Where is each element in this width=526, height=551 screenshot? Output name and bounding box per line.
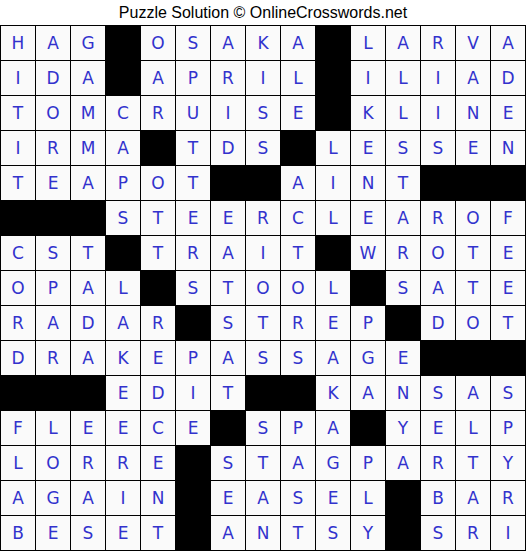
letter-cell-r15c10: S [316,516,350,550]
letter-cell-r8c14: T [456,271,490,305]
block-cell-r1c4 [106,26,140,60]
letter-cell-r8c12: S [386,271,420,305]
letter-cell-r15c4: E [106,516,140,550]
block-cell-r2c10 [316,61,350,95]
block-cell-r6c1 [1,201,35,235]
letter-cell-r7c15: E [491,236,525,270]
letter-cell-r6c8: R [246,201,280,235]
letter-cell-r12c5: C [141,411,175,445]
letter-cell-r12c9: P [281,411,315,445]
block-cell-r6c3 [71,201,105,235]
letter-cell-r9c8: T [246,306,280,340]
letter-cell-r14c8: A [246,481,280,515]
letter-cell-r8c1: O [1,271,35,305]
letter-cell-r1c7: A [211,26,245,60]
letter-cell-r13c13: R [421,446,455,480]
letter-cell-r10c3: A [71,341,105,375]
letter-cell-r3c1: T [1,96,35,130]
letter-cell-r6c12: A [386,201,420,235]
letter-cell-r14c13: B [421,481,455,515]
letter-cell-r3c7: I [211,96,245,130]
letter-cell-r14c4: I [106,481,140,515]
letter-cell-r1c8: K [246,26,280,60]
letter-cell-r13c3: R [71,446,105,480]
block-cell-r12c7 [211,411,245,445]
letter-cell-r11c12: N [386,376,420,410]
letter-cell-r12c8: S [246,411,280,445]
letter-cell-r7c2: S [36,236,70,270]
letter-cell-r14c1: A [1,481,35,515]
letter-cell-r4c11: E [351,131,385,165]
letter-cell-r7c13: O [421,236,455,270]
letter-cell-r9c3: D [71,306,105,340]
letter-cell-r11c15: S [491,376,525,410]
letter-cell-r10c2: R [36,341,70,375]
letter-cell-r14c15: R [491,481,525,515]
letter-cell-r10c5: E [141,341,175,375]
letter-cell-r3c13: I [421,96,455,130]
letter-cell-r15c15: I [491,516,525,550]
letter-cell-r11c13: S [421,376,455,410]
block-cell-r10c15 [491,341,525,375]
block-cell-r11c1 [1,376,35,410]
letter-cell-r4c10: L [316,131,350,165]
block-cell-r3c10 [316,96,350,130]
letter-cell-r8c2: P [36,271,70,305]
letter-cell-r10c8: S [246,341,280,375]
block-cell-r14c6 [176,481,210,515]
letter-cell-r13c4: R [106,446,140,480]
letter-cell-r9c2: A [36,306,70,340]
letter-cell-r12c2: L [36,411,70,445]
letter-cell-r15c2: E [36,516,70,550]
letter-cell-r4c4: A [106,131,140,165]
letter-cell-r12c12: Y [386,411,420,445]
block-cell-r4c5 [141,131,175,165]
letter-cell-r2c13: I [421,61,455,95]
block-cell-r4c9 [281,131,315,165]
block-cell-r5c7 [211,166,245,200]
letter-cell-r3c4: C [106,96,140,130]
letter-cell-r15c3: S [71,516,105,550]
block-cell-r13c6 [176,446,210,480]
letter-cell-r10c6: P [176,341,210,375]
letter-cell-r15c11: Y [351,516,385,550]
letter-cell-r2c9: L [281,61,315,95]
letter-cell-r10c11: G [351,341,385,375]
letter-cell-r2c3: A [71,61,105,95]
letter-cell-r5c5: O [141,166,175,200]
letter-cell-r1c5: O [141,26,175,60]
letter-cell-r6c13: R [421,201,455,235]
letter-cell-r4c8: S [246,131,280,165]
letter-cell-r9c7: S [211,306,245,340]
letter-cell-r10c12: E [386,341,420,375]
letter-cell-r8c6: S [176,271,210,305]
letter-cell-r9c9: R [281,306,315,340]
letter-cell-r4c6: T [176,131,210,165]
letter-cell-r5c6: T [176,166,210,200]
letter-cell-r12c10: A [316,411,350,445]
letter-cell-r10c4: K [106,341,140,375]
letter-cell-r11c11: A [351,376,385,410]
letter-cell-r2c8: I [246,61,280,95]
block-cell-r5c14 [456,166,490,200]
block-cell-r7c4 [106,236,140,270]
letter-cell-r2c1: I [1,61,35,95]
block-cell-r11c2 [36,376,70,410]
letter-cell-r11c14: A [456,376,490,410]
letter-cell-r13c15: Y [491,446,525,480]
block-cell-r5c13 [421,166,455,200]
letter-cell-r13c8: T [246,446,280,480]
letter-cell-r13c7: S [211,446,245,480]
letter-cell-r9c14: O [456,306,490,340]
letter-cell-r9c11: P [351,306,385,340]
letter-cell-r3c15: E [491,96,525,130]
block-cell-r5c8 [246,166,280,200]
letter-cell-r4c2: R [36,131,70,165]
letter-cell-r6c5: T [141,201,175,235]
block-cell-r7c10 [316,236,350,270]
letter-cell-r7c7: A [211,236,245,270]
letter-cell-r7c9: T [281,236,315,270]
letter-cell-r2c14: A [456,61,490,95]
letter-cell-r9c4: A [106,306,140,340]
letter-cell-r4c15: N [491,131,525,165]
letter-cell-r3c11: K [351,96,385,130]
letter-cell-r8c4: L [106,271,140,305]
letter-cell-r7c11: W [351,236,385,270]
block-cell-r1c10 [316,26,350,60]
letter-cell-r11c5: D [141,376,175,410]
letter-cell-r6c6: E [176,201,210,235]
letter-cell-r1c3: G [71,26,105,60]
letter-cell-r14c2: G [36,481,70,515]
letter-cell-r4c3: M [71,131,105,165]
letter-cell-r5c12: T [386,166,420,200]
block-cell-r6c2 [36,201,70,235]
letter-cell-r12c15: P [491,411,525,445]
letter-cell-r7c5: T [141,236,175,270]
letter-cell-r14c7: E [211,481,245,515]
letter-cell-r4c12: S [386,131,420,165]
block-cell-r10c14 [456,341,490,375]
letter-cell-r11c6: I [176,376,210,410]
letter-cell-r6c14: O [456,201,490,235]
crossword-grid: HAGOSAKALARVAIDAAPRILILIADTOMCRUISEKLINE… [0,25,526,551]
letter-cell-r12c6: E [176,411,210,445]
letter-cell-r5c2: E [36,166,70,200]
letter-cell-r12c13: E [421,411,455,445]
letter-cell-r12c1: F [1,411,35,445]
letter-cell-r3c8: S [246,96,280,130]
letter-cell-r13c11: P [351,446,385,480]
letter-cell-r15c14: R [456,516,490,550]
letter-cell-r9c15: T [491,306,525,340]
letter-cell-r3c3: M [71,96,105,130]
letter-cell-r15c9: T [281,516,315,550]
letter-cell-r5c10: I [316,166,350,200]
letter-cell-r1c12: A [386,26,420,60]
letter-cell-r12c3: E [71,411,105,445]
letter-cell-r1c13: R [421,26,455,60]
letter-cell-r14c10: E [316,481,350,515]
letter-cell-r14c9: S [281,481,315,515]
block-cell-r11c3 [71,376,105,410]
letter-cell-r10c9: S [281,341,315,375]
letter-cell-r1c1: H [1,26,35,60]
letter-cell-r8c13: A [421,271,455,305]
letter-cell-r10c1: D [1,341,35,375]
letter-cell-r2c6: P [176,61,210,95]
block-cell-r12c11 [351,411,385,445]
letter-cell-r2c12: L [386,61,420,95]
letter-cell-r8c7: T [211,271,245,305]
letter-cell-r8c15: E [491,271,525,305]
letter-cell-r1c15: A [491,26,525,60]
letter-cell-r2c7: R [211,61,245,95]
letter-cell-r8c10: L [316,271,350,305]
letter-cell-r3c5: R [141,96,175,130]
letter-cell-r13c2: O [36,446,70,480]
letter-cell-r15c13: S [421,516,455,550]
letter-cell-r6c10: L [316,201,350,235]
letter-cell-r2c11: I [351,61,385,95]
letter-cell-r6c9: C [281,201,315,235]
page-title: Puzzle Solution © OnlineCrosswords.net [0,0,526,25]
letter-cell-r15c1: B [1,516,35,550]
letter-cell-r4c13: S [421,131,455,165]
letter-cell-r14c3: A [71,481,105,515]
block-cell-r9c12 [386,306,420,340]
letter-cell-r2c2: D [36,61,70,95]
letter-cell-r5c4: P [106,166,140,200]
letter-cell-r3c12: L [386,96,420,130]
letter-cell-r3c2: O [36,96,70,130]
letter-cell-r1c9: A [281,26,315,60]
letter-cell-r1c2: A [36,26,70,60]
letter-cell-r7c3: T [71,236,105,270]
letter-cell-r2c15: D [491,61,525,95]
letter-cell-r12c14: L [456,411,490,445]
letter-cell-r6c7: E [211,201,245,235]
letter-cell-r11c7: T [211,376,245,410]
letter-cell-r14c14: A [456,481,490,515]
letter-cell-r7c12: R [386,236,420,270]
letter-cell-r11c10: K [316,376,350,410]
letter-cell-r5c9: A [281,166,315,200]
letter-cell-r6c4: S [106,201,140,235]
block-cell-r9c6 [176,306,210,340]
letter-cell-r13c1: L [1,446,35,480]
letter-cell-r15c8: N [246,516,280,550]
letter-cell-r12c4: E [106,411,140,445]
letter-cell-r8c8: O [246,271,280,305]
letter-cell-r8c3: A [71,271,105,305]
letter-cell-r14c5: N [141,481,175,515]
block-cell-r11c9 [281,376,315,410]
block-cell-r8c5 [141,271,175,305]
letter-cell-r3c14: N [456,96,490,130]
letter-cell-r15c5: T [141,516,175,550]
letter-cell-r13c14: T [456,446,490,480]
letter-cell-r2c5: A [141,61,175,95]
letter-cell-r7c8: I [246,236,280,270]
letter-cell-r9c13: D [421,306,455,340]
letter-cell-r6c11: E [351,201,385,235]
letter-cell-r3c9: E [281,96,315,130]
letter-cell-r4c14: E [456,131,490,165]
letter-cell-r10c7: A [211,341,245,375]
letter-cell-r4c1: I [1,131,35,165]
letter-cell-r13c12: A [386,446,420,480]
block-cell-r11c8 [246,376,280,410]
block-cell-r8c11 [351,271,385,305]
letter-cell-r8c9: O [281,271,315,305]
block-cell-r10c13 [421,341,455,375]
letter-cell-r15c7: A [211,516,245,550]
letter-cell-r9c5: R [141,306,175,340]
block-cell-r2c4 [106,61,140,95]
block-cell-r15c6 [176,516,210,550]
letter-cell-r9c1: R [1,306,35,340]
letter-cell-r3c6: U [176,96,210,130]
letter-cell-r5c1: T [1,166,35,200]
letter-cell-r1c14: V [456,26,490,60]
letter-cell-r13c5: E [141,446,175,480]
letter-cell-r11c4: E [106,376,140,410]
letter-cell-r1c11: L [351,26,385,60]
letter-cell-r6c15: F [491,201,525,235]
letter-cell-r7c6: R [176,236,210,270]
letter-cell-r13c10: G [316,446,350,480]
letter-cell-r10c10: A [316,341,350,375]
puzzle-solution-page: Puzzle Solution © OnlineCrosswords.net H… [0,0,526,551]
block-cell-r5c15 [491,166,525,200]
letter-cell-r5c11: N [351,166,385,200]
letter-cell-r4c7: D [211,131,245,165]
letter-cell-r13c9: A [281,446,315,480]
letter-cell-r7c14: T [456,236,490,270]
block-cell-r15c12 [386,516,420,550]
block-cell-r14c12 [386,481,420,515]
letter-cell-r5c3: A [71,166,105,200]
letter-cell-r7c1: C [1,236,35,270]
letter-cell-r1c6: S [176,26,210,60]
letter-cell-r9c10: E [316,306,350,340]
letter-cell-r14c11: L [351,481,385,515]
